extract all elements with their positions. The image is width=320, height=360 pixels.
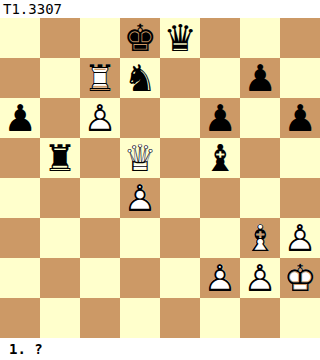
piece-white-pawn: ♙: [240, 258, 280, 298]
square-g2[interactable]: ♟♙: [240, 258, 280, 298]
move-prompt: 1. ?: [9, 341, 43, 357]
square-d3[interactable]: [120, 218, 160, 258]
square-g3[interactable]: ♝♗: [240, 218, 280, 258]
square-b6[interactable]: [40, 98, 80, 138]
square-g4[interactable]: [240, 178, 280, 218]
chess-board: ♚♛♜♖♞♟♟♟♙♟♟♜♛♕♝♟♙♝♗♟♙♟♙♟♙♚♔: [0, 18, 320, 338]
square-c8[interactable]: [80, 18, 120, 58]
piece-white-pawn: ♙: [80, 98, 120, 138]
piece-black-queen: ♛: [160, 18, 200, 58]
piece-white-rook: ♖: [80, 58, 120, 98]
square-d8[interactable]: ♚: [120, 18, 160, 58]
square-f1[interactable]: [200, 298, 240, 338]
square-e6[interactable]: [160, 98, 200, 138]
square-a5[interactable]: [0, 138, 40, 178]
square-e8[interactable]: ♛: [160, 18, 200, 58]
square-h7[interactable]: [280, 58, 320, 98]
square-b1[interactable]: [40, 298, 80, 338]
square-h4[interactable]: [280, 178, 320, 218]
square-c5[interactable]: [80, 138, 120, 178]
square-g6[interactable]: [240, 98, 280, 138]
square-e5[interactable]: [160, 138, 200, 178]
square-c3[interactable]: [80, 218, 120, 258]
square-c2[interactable]: [80, 258, 120, 298]
square-d4[interactable]: ♟♙: [120, 178, 160, 218]
piece-white-pawn: ♙: [200, 258, 240, 298]
square-f4[interactable]: [200, 178, 240, 218]
square-b7[interactable]: [40, 58, 80, 98]
piece-white-bishop: ♗: [240, 218, 280, 258]
square-c1[interactable]: [80, 298, 120, 338]
piece-white-king: ♔: [280, 258, 320, 298]
square-h1[interactable]: [280, 298, 320, 338]
square-d2[interactable]: [120, 258, 160, 298]
square-a7[interactable]: [0, 58, 40, 98]
piece-white-queen: ♕: [120, 138, 160, 178]
square-h3[interactable]: ♟♙: [280, 218, 320, 258]
square-f7[interactable]: [200, 58, 240, 98]
square-b5[interactable]: ♜: [40, 138, 80, 178]
square-e2[interactable]: [160, 258, 200, 298]
piece-white-queen-fill: ♛: [120, 138, 160, 178]
piece-white-pawn: ♙: [120, 178, 160, 218]
square-a4[interactable]: [0, 178, 40, 218]
square-e7[interactable]: [160, 58, 200, 98]
piece-black-pawn: ♟: [240, 58, 280, 98]
square-a3[interactable]: [0, 218, 40, 258]
square-g5[interactable]: [240, 138, 280, 178]
square-b4[interactable]: [40, 178, 80, 218]
square-f2[interactable]: ♟♙: [200, 258, 240, 298]
piece-black-rook: ♜: [40, 138, 80, 178]
square-e4[interactable]: [160, 178, 200, 218]
square-e3[interactable]: [160, 218, 200, 258]
square-d7[interactable]: ♞: [120, 58, 160, 98]
square-f6[interactable]: ♟: [200, 98, 240, 138]
piece-white-bishop-fill: ♝: [240, 218, 280, 258]
piece-black-pawn: ♟: [280, 98, 320, 138]
square-f8[interactable]: [200, 18, 240, 58]
square-d1[interactable]: [120, 298, 160, 338]
square-a6[interactable]: ♟: [0, 98, 40, 138]
square-a2[interactable]: [0, 258, 40, 298]
piece-black-pawn: ♟: [200, 98, 240, 138]
square-g8[interactable]: [240, 18, 280, 58]
square-a8[interactable]: [0, 18, 40, 58]
square-b2[interactable]: [40, 258, 80, 298]
square-g7[interactable]: ♟: [240, 58, 280, 98]
piece-white-pawn: ♙: [280, 218, 320, 258]
square-h5[interactable]: [280, 138, 320, 178]
square-h2[interactable]: ♚♔: [280, 258, 320, 298]
square-c4[interactable]: [80, 178, 120, 218]
square-d6[interactable]: [120, 98, 160, 138]
square-b3[interactable]: [40, 218, 80, 258]
square-f5[interactable]: ♝: [200, 138, 240, 178]
square-a1[interactable]: [0, 298, 40, 338]
square-d5[interactable]: ♛♕: [120, 138, 160, 178]
piece-black-pawn: ♟: [0, 98, 40, 138]
piece-white-rook-fill: ♜: [80, 58, 120, 98]
piece-black-knight: ♞: [120, 58, 160, 98]
square-g1[interactable]: [240, 298, 280, 338]
square-h8[interactable]: [280, 18, 320, 58]
square-c6[interactable]: ♟♙: [80, 98, 120, 138]
square-b8[interactable]: [40, 18, 80, 58]
square-f3[interactable]: [200, 218, 240, 258]
square-e1[interactable]: [160, 298, 200, 338]
piece-black-bishop: ♝: [200, 138, 240, 178]
square-h6[interactable]: ♟: [280, 98, 320, 138]
piece-white-pawn-fill: ♟: [280, 218, 320, 258]
square-c7[interactable]: ♜♖: [80, 58, 120, 98]
piece-white-pawn-fill: ♟: [240, 258, 280, 298]
puzzle-id: T1.3307: [3, 1, 62, 17]
piece-white-pawn-fill: ♟: [120, 178, 160, 218]
piece-black-king: ♚: [120, 18, 160, 58]
piece-white-pawn-fill: ♟: [200, 258, 240, 298]
piece-white-king-fill: ♚: [280, 258, 320, 298]
piece-white-pawn-fill: ♟: [80, 98, 120, 138]
